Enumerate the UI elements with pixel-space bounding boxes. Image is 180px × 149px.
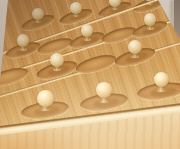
photo-of-peg-board <box>0 0 180 149</box>
peg-ball[interactable] <box>81 24 94 37</box>
peg-ball[interactable] <box>96 82 112 98</box>
empty-recess[interactable] <box>74 51 118 76</box>
peg-ball[interactable] <box>37 90 54 107</box>
peg-ball[interactable] <box>70 2 82 14</box>
peg-ball[interactable] <box>50 53 64 67</box>
peg-ball[interactable] <box>154 72 169 87</box>
peg-ball[interactable] <box>32 8 44 20</box>
peg-ball[interactable] <box>144 13 157 26</box>
empty-recess[interactable] <box>0 64 30 89</box>
peg-ball[interactable] <box>128 40 142 54</box>
peg-ball[interactable] <box>17 34 30 47</box>
